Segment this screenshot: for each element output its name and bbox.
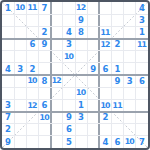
cell-r11c7[interactable] xyxy=(75,124,87,136)
cell-r2c5[interactable] xyxy=(51,14,63,26)
cell-r10c1[interactable]: 7 xyxy=(2,112,14,124)
cell-r5c7[interactable] xyxy=(75,51,87,63)
cell-r10c5[interactable] xyxy=(51,112,63,124)
cell-r7c11[interactable]: 3 xyxy=(124,75,136,87)
cell-r10c12[interactable] xyxy=(136,112,148,124)
cell-r4c3[interactable]: 6 xyxy=(26,39,38,51)
cell-r3c3[interactable] xyxy=(26,26,38,38)
sudoku-board: 1101171249324811169312211104329611081293… xyxy=(0,0,150,150)
cell-r9c12[interactable] xyxy=(136,99,148,111)
cell-r6c1[interactable]: 4 xyxy=(2,63,14,75)
cell-r4c6[interactable]: 3 xyxy=(63,39,75,51)
cell-r4c11[interactable] xyxy=(124,39,136,51)
cell-r3c1[interactable] xyxy=(2,26,14,38)
cell-r3c4[interactable]: 2 xyxy=(39,26,51,38)
cell-r2c12[interactable]: 3 xyxy=(136,14,148,26)
cell-r1c7[interactable]: 12 xyxy=(75,2,87,14)
cell-r9c3[interactable]: 12 xyxy=(26,99,38,111)
cell-r4c12[interactable]: 11 xyxy=(136,39,148,51)
cell-r3c12[interactable]: 1 xyxy=(136,26,148,38)
cell-r9c4[interactable]: 6 xyxy=(39,99,51,111)
cell-r11c6[interactable]: 6 xyxy=(63,124,75,136)
cell-r11c10[interactable] xyxy=(112,124,124,136)
cell-r12c5[interactable] xyxy=(51,136,63,148)
cell-r1c6[interactable] xyxy=(63,2,75,14)
cell-r2c4[interactable] xyxy=(39,14,51,26)
cell-r8c10[interactable] xyxy=(112,87,124,99)
cell-r1c11[interactable] xyxy=(124,2,136,14)
cell-r2c10[interactable] xyxy=(112,14,124,26)
cell-r7c2[interactable] xyxy=(14,75,26,87)
cell-r12c4[interactable] xyxy=(39,136,51,148)
cell-r7c10[interactable]: 9 xyxy=(112,75,124,87)
cell-r6c4[interactable] xyxy=(39,63,51,75)
cell-r5c2[interactable] xyxy=(14,51,26,63)
cell-r9c8[interactable] xyxy=(87,99,99,111)
cell-r10c4[interactable]: 10 xyxy=(39,112,51,124)
cell-r6c6[interactable] xyxy=(63,63,75,75)
cell-r5c9[interactable] xyxy=(99,51,111,63)
cell-r7c1[interactable] xyxy=(2,75,14,87)
cell-r8c12[interactable] xyxy=(136,87,148,99)
cell-r11c1[interactable]: 2 xyxy=(2,124,14,136)
cell-r12c6[interactable]: 5 xyxy=(63,136,75,148)
cell-r12c2[interactable] xyxy=(14,136,26,148)
cell-r10c11[interactable] xyxy=(124,112,136,124)
cell-r6c11[interactable] xyxy=(124,63,136,75)
cell-r11c2[interactable] xyxy=(14,124,26,136)
cell-r11c3[interactable] xyxy=(26,124,38,136)
cell-r3c8[interactable] xyxy=(87,26,99,38)
cell-r1c2[interactable]: 10 xyxy=(14,2,26,14)
cell-r7c5[interactable]: 12 xyxy=(51,75,63,87)
cell-r7c4[interactable]: 8 xyxy=(39,75,51,87)
cell-r8c5[interactable] xyxy=(51,87,63,99)
cell-r7c7[interactable] xyxy=(75,75,87,87)
cell-r4c4[interactable]: 9 xyxy=(39,39,51,51)
cell-r10c8[interactable] xyxy=(87,112,99,124)
cell-r7c9[interactable] xyxy=(99,75,111,87)
cell-r2c6[interactable] xyxy=(63,14,75,26)
cell-r8c2[interactable] xyxy=(14,87,26,99)
cell-r7c6[interactable] xyxy=(63,75,75,87)
cell-r2c1[interactable] xyxy=(2,14,14,26)
cell-r5c1[interactable] xyxy=(2,51,14,63)
cell-r4c1[interactable] xyxy=(2,39,14,51)
cell-r1c3[interactable]: 11 xyxy=(26,2,38,14)
cell-r8c1[interactable] xyxy=(2,87,14,99)
cell-r10c2[interactable] xyxy=(14,112,26,124)
cell-r6c2[interactable]: 3 xyxy=(14,63,26,75)
cell-r8c4[interactable] xyxy=(39,87,51,99)
cell-r12c9[interactable]: 4 xyxy=(99,136,111,148)
cell-r10c7[interactable]: 3 xyxy=(75,112,87,124)
cell-r5c6[interactable]: 10 xyxy=(63,51,75,63)
cell-r11c5[interactable] xyxy=(51,124,63,136)
cell-r12c11[interactable]: 10 xyxy=(124,136,136,148)
cell-r12c8[interactable] xyxy=(87,136,99,148)
cell-r1c5[interactable] xyxy=(51,2,63,14)
cell-r5c11[interactable] xyxy=(124,51,136,63)
cell-r5c5[interactable] xyxy=(51,51,63,63)
cell-r12c7[interactable] xyxy=(75,136,87,148)
cell-r3c2[interactable] xyxy=(14,26,26,38)
cell-r12c12[interactable]: 7 xyxy=(136,136,148,148)
cell-r7c8[interactable] xyxy=(87,75,99,87)
cell-r5c12[interactable] xyxy=(136,51,148,63)
cell-r3c7[interactable]: 8 xyxy=(75,26,87,38)
cell-r4c9[interactable]: 12 xyxy=(99,39,111,51)
cell-r1c1[interactable]: 1 xyxy=(2,2,14,14)
cell-r4c7[interactable] xyxy=(75,39,87,51)
cell-r6c12[interactable] xyxy=(136,63,148,75)
cell-r6c3[interactable]: 2 xyxy=(26,63,38,75)
cell-r8c6[interactable] xyxy=(63,87,75,99)
cell-r12c1[interactable]: 9 xyxy=(2,136,14,148)
cell-r3c6[interactable]: 4 xyxy=(63,26,75,38)
cell-r6c8[interactable]: 9 xyxy=(87,63,99,75)
cell-r10c10[interactable] xyxy=(112,112,124,124)
cell-r4c10[interactable]: 2 xyxy=(112,39,124,51)
cell-r8c7[interactable]: 10 xyxy=(75,87,87,99)
cell-r6c10[interactable]: 1 xyxy=(112,63,124,75)
cell-r6c5[interactable] xyxy=(51,63,63,75)
cell-r2c3[interactable] xyxy=(26,14,38,26)
cell-r12c3[interactable] xyxy=(26,136,38,148)
cell-r2c11[interactable] xyxy=(124,14,136,26)
cell-r8c9[interactable] xyxy=(99,87,111,99)
cell-r11c12[interactable] xyxy=(136,124,148,136)
cell-r5c10[interactable] xyxy=(112,51,124,63)
cell-r8c8[interactable] xyxy=(87,87,99,99)
cell-r11c8[interactable] xyxy=(87,124,99,136)
cell-r7c3[interactable]: 10 xyxy=(26,75,38,87)
cell-r11c4[interactable] xyxy=(39,124,51,136)
sudoku-grid: 1101171249324811169312211104329611081293… xyxy=(2,2,148,148)
cell-r11c9[interactable] xyxy=(99,124,111,136)
cell-r5c4[interactable] xyxy=(39,51,51,63)
cell-r10c9[interactable]: 2 xyxy=(99,112,111,124)
cell-r1c12[interactable]: 4 xyxy=(136,2,148,14)
cell-r11c11[interactable] xyxy=(124,124,136,136)
cell-r9c7[interactable]: 1 xyxy=(75,99,87,111)
cell-r10c3[interactable] xyxy=(26,112,38,124)
cell-r2c2[interactable] xyxy=(14,14,26,26)
cell-r3c10[interactable] xyxy=(112,26,124,38)
cell-r6c9[interactable]: 6 xyxy=(99,63,111,75)
cell-r3c5[interactable] xyxy=(51,26,63,38)
cell-r2c8[interactable] xyxy=(87,14,99,26)
cell-r6c7[interactable] xyxy=(75,63,87,75)
cell-r5c3[interactable] xyxy=(26,51,38,63)
cell-r5c8[interactable] xyxy=(87,51,99,63)
cell-r4c5[interactable] xyxy=(51,39,63,51)
cell-r9c1[interactable]: 3 xyxy=(2,99,14,111)
cell-r9c10[interactable]: 11 xyxy=(112,99,124,111)
cell-r9c6[interactable] xyxy=(63,99,75,111)
cell-r1c10[interactable] xyxy=(112,2,124,14)
cell-r9c9[interactable]: 10 xyxy=(99,99,111,111)
cell-r7c12[interactable]: 6 xyxy=(136,75,148,87)
cell-r1c4[interactable]: 7 xyxy=(39,2,51,14)
cell-r9c11[interactable] xyxy=(124,99,136,111)
cell-r1c9[interactable] xyxy=(99,2,111,14)
cell-r12c10[interactable]: 6 xyxy=(112,136,124,148)
cell-r9c2[interactable] xyxy=(14,99,26,111)
cell-r4c2[interactable] xyxy=(14,39,26,51)
cell-r8c3[interactable] xyxy=(26,87,38,99)
cell-r3c9[interactable]: 11 xyxy=(99,26,111,38)
cell-r9c5[interactable] xyxy=(51,99,63,111)
cell-r2c9[interactable] xyxy=(99,14,111,26)
cell-r1c8[interactable] xyxy=(87,2,99,14)
cell-r8c11[interactable] xyxy=(124,87,136,99)
cell-r3c11[interactable] xyxy=(124,26,136,38)
cell-r4c8[interactable] xyxy=(87,39,99,51)
cell-r10c6[interactable]: 9 xyxy=(63,112,75,124)
cell-r2c7[interactable]: 9 xyxy=(75,14,87,26)
